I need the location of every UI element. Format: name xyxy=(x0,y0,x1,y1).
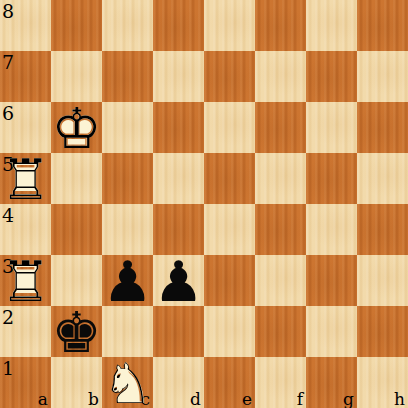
square-e7[interactable] xyxy=(204,51,255,102)
rank-label-6: 6 xyxy=(2,104,14,123)
square-f5[interactable] xyxy=(255,153,306,204)
square-f6[interactable] xyxy=(255,102,306,153)
white-king-outline-glyph: ♔ xyxy=(51,103,102,154)
square-d5[interactable] xyxy=(153,153,204,204)
white-rook-a5[interactable]: ♜♖ xyxy=(0,153,51,204)
black-king-glyph: ♚ xyxy=(51,307,102,358)
square-a1[interactable]: 1a xyxy=(0,357,51,408)
square-a2[interactable]: 2 xyxy=(0,306,51,357)
file-label-d: d xyxy=(190,391,201,408)
square-c6[interactable] xyxy=(102,102,153,153)
white-rook-a3[interactable]: ♜♖ xyxy=(0,255,51,306)
square-e8[interactable] xyxy=(204,0,255,51)
square-d6[interactable] xyxy=(153,102,204,153)
file-label-f: f xyxy=(297,391,303,408)
file-label-g: g xyxy=(343,391,354,408)
file-label-b: b xyxy=(88,391,99,408)
square-b4[interactable] xyxy=(51,204,102,255)
square-h2[interactable] xyxy=(357,306,408,357)
square-e3[interactable] xyxy=(204,255,255,306)
white-rook-outline-glyph: ♖ xyxy=(0,154,51,205)
chess-board: 876♚♔5♜♖43♜♖♟♟2♚1abc♞♘defgh xyxy=(0,0,408,408)
square-f7[interactable] xyxy=(255,51,306,102)
square-h7[interactable] xyxy=(357,51,408,102)
square-e4[interactable] xyxy=(204,204,255,255)
square-c4[interactable] xyxy=(102,204,153,255)
square-a8[interactable]: 8 xyxy=(0,0,51,51)
square-f8[interactable] xyxy=(255,0,306,51)
square-c1[interactable]: c♞♘ xyxy=(102,357,153,408)
square-f3[interactable] xyxy=(255,255,306,306)
square-e2[interactable] xyxy=(204,306,255,357)
square-d4[interactable] xyxy=(153,204,204,255)
square-e1[interactable]: e xyxy=(204,357,255,408)
square-c3[interactable]: ♟ xyxy=(102,255,153,306)
square-g1[interactable]: g xyxy=(306,357,357,408)
square-h3[interactable] xyxy=(357,255,408,306)
square-g4[interactable] xyxy=(306,204,357,255)
black-king-b2[interactable]: ♚ xyxy=(51,306,102,357)
square-d3[interactable]: ♟ xyxy=(153,255,204,306)
square-f4[interactable] xyxy=(255,204,306,255)
rank-label-8: 8 xyxy=(2,2,14,21)
square-c8[interactable] xyxy=(102,0,153,51)
square-b8[interactable] xyxy=(51,0,102,51)
square-c7[interactable] xyxy=(102,51,153,102)
square-d8[interactable] xyxy=(153,0,204,51)
black-pawn-d3[interactable]: ♟ xyxy=(153,255,204,306)
square-b3[interactable] xyxy=(51,255,102,306)
rank-label-7: 7 xyxy=(2,53,14,72)
square-g5[interactable] xyxy=(306,153,357,204)
white-rook-outline-glyph: ♖ xyxy=(0,256,51,307)
square-e6[interactable] xyxy=(204,102,255,153)
square-b1[interactable]: b xyxy=(51,357,102,408)
black-pawn-glyph: ♟ xyxy=(102,256,153,307)
square-g7[interactable] xyxy=(306,51,357,102)
white-king-b6[interactable]: ♚♔ xyxy=(51,102,102,153)
square-a3[interactable]: 3♜♖ xyxy=(0,255,51,306)
square-g2[interactable] xyxy=(306,306,357,357)
square-c2[interactable] xyxy=(102,306,153,357)
square-d7[interactable] xyxy=(153,51,204,102)
square-d2[interactable] xyxy=(153,306,204,357)
square-h6[interactable] xyxy=(357,102,408,153)
square-b2[interactable]: ♚ xyxy=(51,306,102,357)
square-a4[interactable]: 4 xyxy=(0,204,51,255)
square-h1[interactable]: h xyxy=(357,357,408,408)
square-c5[interactable] xyxy=(102,153,153,204)
square-g8[interactable] xyxy=(306,0,357,51)
square-b6[interactable]: ♚♔ xyxy=(51,102,102,153)
square-h5[interactable] xyxy=(357,153,408,204)
black-pawn-glyph: ♟ xyxy=(153,256,204,307)
square-b7[interactable] xyxy=(51,51,102,102)
white-knight-outline-glyph: ♘ xyxy=(102,358,153,408)
square-g6[interactable] xyxy=(306,102,357,153)
square-a7[interactable]: 7 xyxy=(0,51,51,102)
square-f1[interactable]: f xyxy=(255,357,306,408)
rank-label-1: 1 xyxy=(2,359,14,378)
file-label-e: e xyxy=(242,391,252,408)
square-g3[interactable] xyxy=(306,255,357,306)
square-a6[interactable]: 6 xyxy=(0,102,51,153)
square-d1[interactable]: d xyxy=(153,357,204,408)
file-label-a: a xyxy=(38,391,48,408)
square-a5[interactable]: 5♜♖ xyxy=(0,153,51,204)
white-knight-c1[interactable]: ♞♘ xyxy=(102,357,153,408)
square-f2[interactable] xyxy=(255,306,306,357)
black-pawn-c3[interactable]: ♟ xyxy=(102,255,153,306)
file-label-h: h xyxy=(394,391,405,408)
square-h4[interactable] xyxy=(357,204,408,255)
square-e5[interactable] xyxy=(204,153,255,204)
square-h8[interactable] xyxy=(357,0,408,51)
square-b5[interactable] xyxy=(51,153,102,204)
